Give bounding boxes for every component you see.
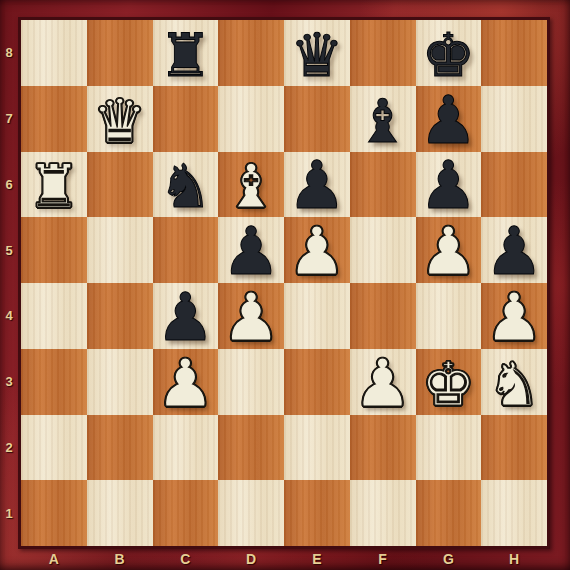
square-c7[interactable] bbox=[153, 86, 219, 152]
file-label-c: C bbox=[153, 549, 219, 568]
square-b1[interactable] bbox=[87, 480, 153, 546]
square-d7[interactable] bbox=[218, 86, 284, 152]
square-g8[interactable]: ♚ bbox=[416, 20, 482, 86]
square-f1[interactable] bbox=[350, 480, 416, 546]
square-b4[interactable] bbox=[87, 283, 153, 349]
square-d5[interactable]: ♟ bbox=[218, 217, 284, 283]
rank-label-5: 5 bbox=[0, 217, 18, 283]
piece-white-king-g3[interactable]: ♚ bbox=[421, 354, 475, 414]
piece-black-pawn-g6[interactable]: ♟ bbox=[419, 153, 478, 217]
square-a2[interactable] bbox=[21, 415, 87, 481]
piece-white-pawn-d4[interactable]: ♟ bbox=[222, 285, 281, 349]
piece-white-pawn-h4[interactable]: ♟ bbox=[485, 285, 544, 349]
square-g7[interactable]: ♟ bbox=[416, 86, 482, 152]
piece-white-pawn-f3[interactable]: ♟ bbox=[353, 351, 412, 415]
square-b2[interactable] bbox=[87, 415, 153, 481]
file-label-h: H bbox=[481, 549, 547, 568]
square-f5[interactable] bbox=[350, 217, 416, 283]
piece-black-bishop-f7[interactable]: ♝ bbox=[356, 91, 410, 151]
piece-white-rook-a6[interactable]: ♜ bbox=[27, 156, 81, 216]
square-a8[interactable] bbox=[21, 20, 87, 86]
square-e5[interactable]: ♟ bbox=[284, 217, 350, 283]
piece-black-pawn-h5[interactable]: ♟ bbox=[485, 219, 544, 283]
square-b6[interactable] bbox=[87, 152, 153, 218]
chess-board: ♜♛♚♛♝♟♜♞♝♟♟♟♟♟♟♟♟♟♟♟♚♞ bbox=[18, 17, 550, 549]
square-c5[interactable] bbox=[153, 217, 219, 283]
square-e3[interactable] bbox=[284, 349, 350, 415]
square-b7[interactable]: ♛ bbox=[87, 86, 153, 152]
square-a1[interactable] bbox=[21, 480, 87, 546]
square-g1[interactable] bbox=[416, 480, 482, 546]
file-label-e: E bbox=[284, 549, 350, 568]
square-g2[interactable] bbox=[416, 415, 482, 481]
square-d8[interactable] bbox=[218, 20, 284, 86]
piece-white-pawn-c3[interactable]: ♟ bbox=[156, 351, 215, 415]
board-frame: 87654321 ABCDEFGH ♜♛♚♛♝♟♜♞♝♟♟♟♟♟♟♟♟♟♟♟♚♞ bbox=[0, 0, 570, 570]
square-e6[interactable]: ♟ bbox=[284, 152, 350, 218]
piece-white-pawn-g5[interactable]: ♟ bbox=[419, 219, 478, 283]
square-h1[interactable] bbox=[481, 480, 547, 546]
square-f2[interactable] bbox=[350, 415, 416, 481]
square-a4[interactable] bbox=[21, 283, 87, 349]
piece-black-rook-c8[interactable]: ♜ bbox=[158, 25, 212, 85]
square-g6[interactable]: ♟ bbox=[416, 152, 482, 218]
square-f3[interactable]: ♟ bbox=[350, 349, 416, 415]
square-a5[interactable] bbox=[21, 217, 87, 283]
piece-black-pawn-e6[interactable]: ♟ bbox=[287, 153, 346, 217]
square-a6[interactable]: ♜ bbox=[21, 152, 87, 218]
rank-label-6: 6 bbox=[0, 152, 18, 218]
square-h2[interactable] bbox=[481, 415, 547, 481]
square-g4[interactable] bbox=[416, 283, 482, 349]
rank-label-3: 3 bbox=[0, 349, 18, 415]
square-e8[interactable]: ♛ bbox=[284, 20, 350, 86]
piece-white-knight-h3[interactable]: ♞ bbox=[487, 354, 541, 414]
square-d4[interactable]: ♟ bbox=[218, 283, 284, 349]
square-b3[interactable] bbox=[87, 349, 153, 415]
piece-white-pawn-e5[interactable]: ♟ bbox=[287, 219, 346, 283]
file-label-f: F bbox=[350, 549, 416, 568]
rank-label-8: 8 bbox=[0, 20, 18, 86]
square-h5[interactable]: ♟ bbox=[481, 217, 547, 283]
square-g5[interactable]: ♟ bbox=[416, 217, 482, 283]
piece-black-knight-c6[interactable]: ♞ bbox=[158, 156, 212, 216]
square-f6[interactable] bbox=[350, 152, 416, 218]
square-d2[interactable] bbox=[218, 415, 284, 481]
square-b8[interactable] bbox=[87, 20, 153, 86]
file-label-g: G bbox=[416, 549, 482, 568]
square-h3[interactable]: ♞ bbox=[481, 349, 547, 415]
square-e1[interactable] bbox=[284, 480, 350, 546]
rank-label-7: 7 bbox=[0, 86, 18, 152]
rank-label-2: 2 bbox=[0, 415, 18, 481]
square-d1[interactable] bbox=[218, 480, 284, 546]
square-f4[interactable] bbox=[350, 283, 416, 349]
square-e2[interactable] bbox=[284, 415, 350, 481]
square-a7[interactable] bbox=[21, 86, 87, 152]
piece-black-king-g8[interactable]: ♚ bbox=[421, 25, 475, 85]
square-c4[interactable]: ♟ bbox=[153, 283, 219, 349]
square-e7[interactable] bbox=[284, 86, 350, 152]
piece-black-queen-e8[interactable]: ♛ bbox=[290, 25, 344, 85]
rank-label-4: 4 bbox=[0, 283, 18, 349]
square-f7[interactable]: ♝ bbox=[350, 86, 416, 152]
rank-label-1: 1 bbox=[0, 480, 18, 546]
piece-black-pawn-g7[interactable]: ♟ bbox=[419, 88, 478, 152]
square-d6[interactable]: ♝ bbox=[218, 152, 284, 218]
piece-black-pawn-c4[interactable]: ♟ bbox=[156, 285, 215, 349]
square-c6[interactable]: ♞ bbox=[153, 152, 219, 218]
square-g3[interactable]: ♚ bbox=[416, 349, 482, 415]
file-label-b: B bbox=[87, 549, 153, 568]
square-c1[interactable] bbox=[153, 480, 219, 546]
square-f8[interactable] bbox=[350, 20, 416, 86]
file-label-d: D bbox=[218, 549, 284, 568]
piece-white-bishop-d6[interactable]: ♝ bbox=[224, 156, 278, 216]
square-b5[interactable] bbox=[87, 217, 153, 283]
square-d3[interactable] bbox=[218, 349, 284, 415]
square-c2[interactable] bbox=[153, 415, 219, 481]
square-c3[interactable]: ♟ bbox=[153, 349, 219, 415]
file-label-a: A bbox=[21, 549, 87, 568]
square-h7[interactable] bbox=[481, 86, 547, 152]
square-a3[interactable] bbox=[21, 349, 87, 415]
square-h4[interactable]: ♟ bbox=[481, 283, 547, 349]
square-c8[interactable]: ♜ bbox=[153, 20, 219, 86]
square-h6[interactable] bbox=[481, 152, 547, 218]
square-e4[interactable] bbox=[284, 283, 350, 349]
piece-black-pawn-d5[interactable]: ♟ bbox=[222, 219, 281, 283]
square-h8[interactable] bbox=[481, 20, 547, 86]
piece-white-queen-b7[interactable]: ♛ bbox=[93, 91, 147, 151]
